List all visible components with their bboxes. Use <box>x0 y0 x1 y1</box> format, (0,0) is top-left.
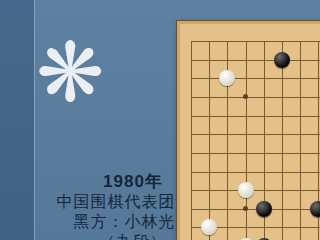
board-intersection <box>255 32 273 51</box>
board-intersection <box>273 88 291 107</box>
board-intersection <box>309 50 320 69</box>
board-intersection <box>200 106 218 125</box>
board-intersection <box>309 181 320 200</box>
board-intersection <box>255 144 273 163</box>
board-intersection <box>309 199 320 218</box>
board-intersection <box>182 162 200 181</box>
board-intersection <box>273 106 291 125</box>
board-intersection <box>182 181 200 200</box>
board-intersection <box>200 88 218 107</box>
board-intersection <box>200 181 218 200</box>
board-intersection <box>291 144 309 163</box>
board-intersection <box>291 69 309 88</box>
board-intersection <box>291 218 309 237</box>
board-intersection <box>236 181 254 200</box>
board-intersection <box>182 218 200 237</box>
board-intersection <box>255 181 273 200</box>
board-intersection <box>182 69 200 88</box>
board-intersection <box>182 144 200 163</box>
video-frame: ❋ ❋ ❋ ❄ ❋ 1980年 中国围棋代表团访日 黑方：小林光一 （九段） V… <box>0 0 320 240</box>
board-intersection <box>236 106 254 125</box>
white-stone <box>201 219 217 235</box>
board-intersection <box>200 199 218 218</box>
board-intersection <box>182 32 200 51</box>
board-intersection <box>309 32 320 51</box>
board-intersection <box>309 88 320 107</box>
board-intersection <box>273 218 291 237</box>
board-intersection <box>182 125 200 144</box>
white-stone <box>219 70 235 86</box>
board-intersection <box>200 32 218 51</box>
board-intersection <box>291 106 309 125</box>
board-intersection <box>218 162 236 181</box>
board-intersection <box>182 106 200 125</box>
board-intersection <box>309 218 320 237</box>
board-intersection <box>200 162 218 181</box>
board-intersection <box>273 50 291 69</box>
board-intersection <box>273 144 291 163</box>
board-intersection <box>218 181 236 200</box>
board-intersection <box>218 106 236 125</box>
go-board <box>176 20 320 240</box>
board-intersection <box>182 199 200 218</box>
board-intersection <box>200 125 218 144</box>
black-stone <box>256 201 272 217</box>
board-intersection <box>309 125 320 144</box>
board-intersection <box>291 32 309 51</box>
board-intersection <box>218 88 236 107</box>
board-intersection <box>309 106 320 125</box>
board-intersection <box>236 144 254 163</box>
board-intersection <box>182 50 200 69</box>
board-intersection <box>218 144 236 163</box>
board-intersection <box>236 88 254 107</box>
board-intersection <box>255 125 273 144</box>
board-stone-grid <box>182 32 320 240</box>
board-intersection <box>236 199 254 218</box>
board-intersection <box>309 162 320 181</box>
board-intersection <box>291 125 309 144</box>
board-intersection <box>218 50 236 69</box>
board-intersection <box>182 88 200 107</box>
board-intersection <box>273 32 291 51</box>
board-intersection <box>255 106 273 125</box>
black-stone <box>310 201 320 217</box>
board-intersection <box>291 181 309 200</box>
board-intersection <box>291 199 309 218</box>
board-intersection <box>236 50 254 69</box>
board-intersection <box>273 162 291 181</box>
board-intersection <box>218 199 236 218</box>
board-intersection <box>255 218 273 237</box>
board-intersection <box>236 218 254 237</box>
board-intersection <box>236 125 254 144</box>
board-intersection <box>255 88 273 107</box>
board-intersection <box>255 199 273 218</box>
board-intersection <box>255 50 273 69</box>
board-intersection <box>218 32 236 51</box>
black-stone <box>274 52 290 68</box>
board-intersection <box>309 69 320 88</box>
white-stone <box>238 182 254 198</box>
board-intersection <box>273 199 291 218</box>
board-intersection <box>200 69 218 88</box>
board-intersection <box>218 218 236 237</box>
board-intersection <box>200 218 218 237</box>
board-intersection <box>291 88 309 107</box>
board-intersection <box>291 50 309 69</box>
board-intersection <box>236 32 254 51</box>
board-intersection <box>255 162 273 181</box>
board-intersection <box>273 69 291 88</box>
board-intersection <box>309 144 320 163</box>
board-intersection <box>236 162 254 181</box>
board-intersection <box>273 181 291 200</box>
board-intersection <box>218 125 236 144</box>
board-intersection <box>291 162 309 181</box>
hoshi-point <box>243 206 248 211</box>
hoshi-point <box>243 94 248 99</box>
board-intersection <box>218 69 236 88</box>
board-intersection <box>273 125 291 144</box>
board-intersection <box>236 69 254 88</box>
board-intersection <box>255 69 273 88</box>
board-intersection <box>200 144 218 163</box>
board-intersection <box>200 50 218 69</box>
